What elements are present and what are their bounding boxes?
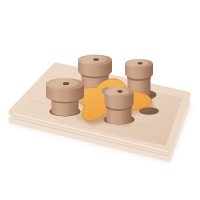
peg-top-hole	[117, 90, 123, 93]
peg-top-hole	[93, 58, 99, 61]
toy-photo-svg	[0, 0, 200, 200]
piece-peg-front-left[interactable]	[46, 78, 84, 116]
peg-top-hole	[63, 82, 69, 85]
piece-peg-front-right[interactable]	[105, 87, 134, 125]
product-photo	[0, 0, 200, 200]
peg-top-hole	[137, 62, 142, 65]
